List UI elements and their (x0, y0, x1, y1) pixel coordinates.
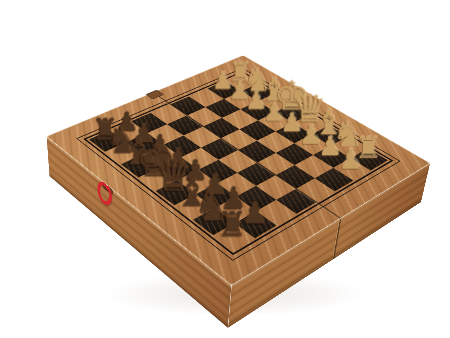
camera-tilt: ♜♞♝♚♛♝♞♜♟♟♟♟♟♟♟♟♟♟♟♟♟♟♟♟♜♞♝♚♛♝♞♜ (0, 0, 450, 338)
folding-chess-box: ♜♞♝♚♛♝♞♜♟♟♟♟♟♟♟♟♟♟♟♟♟♟♟♟♜♞♝♚♛♝♞♜ (47, 55, 431, 285)
fold-seam-side (333, 218, 341, 260)
perspective-wrapper: ♜♞♝♚♛♝♞♜♟♟♟♟♟♟♟♟♟♟♟♟♟♟♟♟♜♞♝♚♛♝♞♜ (0, 0, 450, 338)
chess-set-photo: ♜♞♝♚♛♝♞♜♟♟♟♟♟♟♟♟♟♟♟♟♟♟♟♟♜♞♝♚♛♝♞♜ (0, 0, 450, 338)
